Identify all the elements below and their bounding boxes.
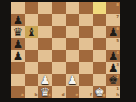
square-g6[interactable] xyxy=(93,26,107,38)
square-g8[interactable] xyxy=(93,2,107,14)
square-g3[interactable] xyxy=(93,62,107,74)
file-label-d: d xyxy=(62,93,65,97)
file-label-f: f xyxy=(90,93,92,97)
square-a4[interactable]: ♟ xyxy=(11,50,25,62)
square-b2[interactable] xyxy=(25,74,39,86)
square-d6[interactable] xyxy=(52,26,66,38)
piece-white-pawn-e2[interactable]: ♟ xyxy=(67,74,77,86)
square-b5[interactable] xyxy=(25,38,39,50)
square-e8[interactable] xyxy=(66,2,80,14)
piece-white-queen-c1[interactable]: ♛ xyxy=(40,86,50,98)
square-f4[interactable] xyxy=(79,50,93,62)
rank-label-1: 1 xyxy=(116,87,119,91)
piece-white-king-g1[interactable]: ♚ xyxy=(94,86,104,98)
square-h6[interactable]: 6♟ xyxy=(106,26,120,38)
square-d7[interactable] xyxy=(52,14,66,26)
square-d5[interactable] xyxy=(52,38,66,50)
square-c4[interactable] xyxy=(38,50,52,62)
rank-label-5: 5 xyxy=(116,39,119,43)
square-e7[interactable] xyxy=(66,14,80,26)
square-f2[interactable] xyxy=(79,74,93,86)
square-a2[interactable] xyxy=(11,74,25,86)
square-f1[interactable]: f xyxy=(79,86,93,98)
square-g1[interactable]: g♚ xyxy=(93,86,107,98)
piece-black-pawn-h6[interactable]: ♟ xyxy=(108,26,118,38)
file-label-b: b xyxy=(34,93,37,97)
file-label-h: h xyxy=(116,93,119,97)
rank-label-7: 7 xyxy=(116,15,119,19)
square-d1[interactable]: d xyxy=(52,86,66,98)
file-label-e: e xyxy=(75,93,78,97)
square-f7[interactable] xyxy=(79,14,93,26)
square-h2[interactable]: 2♚ xyxy=(106,74,120,86)
square-c1[interactable]: c♛ xyxy=(38,86,52,98)
square-f3[interactable] xyxy=(79,62,93,74)
square-a1[interactable]: a xyxy=(11,86,25,98)
piece-black-bishop-b6[interactable]: ♝ xyxy=(26,26,36,38)
screenshot-stage: 8♟7♛♝6♟♟5♟4♟3♟♟♟2♚abc♛defg♚1h xyxy=(0,0,136,102)
square-e5[interactable] xyxy=(66,38,80,50)
piece-black-king-h2[interactable]: ♚ xyxy=(108,74,118,86)
square-b8[interactable] xyxy=(25,2,39,14)
square-d4[interactable] xyxy=(52,50,66,62)
square-f8[interactable] xyxy=(79,2,93,14)
square-e4[interactable] xyxy=(66,50,80,62)
square-c6[interactable] xyxy=(38,26,52,38)
square-h8[interactable]: 8 xyxy=(106,2,120,14)
chess-board[interactable]: 8♟7♛♝6♟♟5♟4♟3♟♟♟2♚abc♛defg♚1h xyxy=(11,2,120,98)
square-c7[interactable] xyxy=(38,14,52,26)
square-b1[interactable]: b xyxy=(25,86,39,98)
square-e2[interactable]: ♟ xyxy=(66,74,80,86)
square-b4[interactable] xyxy=(25,50,39,62)
square-b6[interactable]: ♝ xyxy=(25,26,39,38)
square-g4[interactable] xyxy=(93,50,107,62)
piece-black-pawn-a4[interactable]: ♟ xyxy=(13,50,23,62)
square-h1[interactable]: 1h xyxy=(106,86,120,98)
square-a3[interactable] xyxy=(11,62,25,74)
square-b3[interactable] xyxy=(25,62,39,74)
square-g5[interactable] xyxy=(93,38,107,50)
file-label-a: a xyxy=(21,93,24,97)
square-d8[interactable] xyxy=(52,2,66,14)
square-e6[interactable] xyxy=(66,26,80,38)
square-f6[interactable] xyxy=(79,26,93,38)
square-f5[interactable] xyxy=(79,38,93,50)
square-d3[interactable] xyxy=(52,62,66,74)
square-e1[interactable]: e xyxy=(66,86,80,98)
square-c5[interactable] xyxy=(38,38,52,50)
square-c8[interactable] xyxy=(38,2,52,14)
square-g7[interactable] xyxy=(93,14,107,26)
rank-label-8: 8 xyxy=(116,3,119,7)
square-d2[interactable] xyxy=(52,74,66,86)
